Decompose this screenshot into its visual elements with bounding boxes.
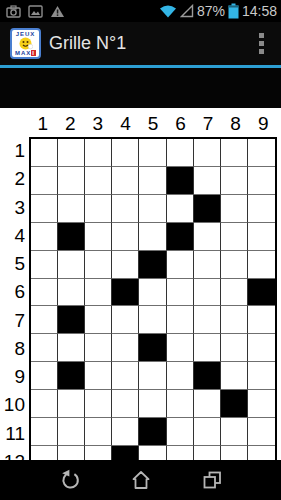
recents-icon[interactable] (200, 468, 224, 492)
grid-cell-r8c5[interactable] (139, 334, 166, 362)
grid-cell-r4c9[interactable] (248, 223, 275, 251)
grid-cell-r3c7[interactable] (194, 195, 221, 223)
grid-cell-r8c2[interactable] (58, 334, 85, 362)
grid-cell-r6c7[interactable] (194, 279, 221, 307)
row-label-12: 12 (0, 448, 25, 460)
grid-cell-r6c8[interactable] (221, 279, 248, 307)
grid-cell-r11c4[interactable] (112, 418, 139, 446)
grid-cell-r8c9[interactable] (248, 334, 275, 362)
grid-cell-r5c8[interactable] (221, 251, 248, 279)
status-bar: 87% 14:58 (0, 0, 281, 22)
grid-cell-r9c1[interactable] (31, 362, 58, 390)
grid-cell-r11c8[interactable] (221, 418, 248, 446)
grid-cell-r3c9[interactable] (248, 195, 275, 223)
app-logo-icon[interactable]: JEUX MAXI (10, 28, 41, 59)
grid-cell-r9c6[interactable] (167, 362, 194, 390)
grid-cell-r5c6[interactable] (167, 251, 194, 279)
grid-cell-r6c5[interactable] (139, 279, 166, 307)
grid-cell-r1c7[interactable] (194, 139, 221, 167)
screenshot-icon (28, 5, 43, 18)
grid-cell-r11c5[interactable] (139, 418, 166, 446)
col-header-2: 2 (57, 110, 85, 137)
grid-cell-r11c2[interactable] (58, 418, 85, 446)
back-icon[interactable] (58, 468, 82, 492)
grid-cell-r4c3[interactable] (85, 223, 112, 251)
grid-cell-r9c7[interactable] (194, 362, 221, 390)
grid-cell-r10c4[interactable] (112, 390, 139, 418)
grid-cell-r5c2[interactable] (58, 251, 85, 279)
row-label-5: 5 (0, 250, 25, 278)
grid-cell-r3c4[interactable] (112, 195, 139, 223)
camera-icon (6, 5, 21, 18)
grid-cell-r8c4[interactable] (112, 334, 139, 362)
grid-cell-r2c9[interactable] (248, 167, 275, 195)
warning-icon (50, 5, 65, 18)
row-label-6: 6 (0, 278, 25, 306)
grid-cell-r7c9[interactable] (248, 306, 275, 334)
grid-cell-r12c1[interactable] (31, 446, 58, 460)
clock-label: 14:58 (242, 0, 277, 22)
grid-cell-r9c5[interactable] (139, 362, 166, 390)
grid-cell-r7c5[interactable] (139, 306, 166, 334)
grid-cell-r4c7[interactable] (194, 223, 221, 251)
row-label-4: 4 (0, 222, 25, 250)
grid-cell-r10c8[interactable] (221, 390, 248, 418)
grid-cell-r1c5[interactable] (139, 139, 166, 167)
row-label-8: 8 (0, 335, 25, 363)
grid-cell-r7c6[interactable] (167, 306, 194, 334)
grid-cell-r11c3[interactable] (85, 418, 112, 446)
row-label-1: 1 (0, 137, 25, 165)
grid-cell-r8c3[interactable] (85, 334, 112, 362)
ad-banner-area (0, 68, 281, 108)
row-label-11: 11 (0, 420, 25, 448)
grid-cell-r2c7[interactable] (194, 167, 221, 195)
grid-cell-r6c2[interactable] (58, 279, 85, 307)
grid-cell-r9c8[interactable] (221, 362, 248, 390)
grid-cell-r2c1[interactable] (31, 167, 58, 195)
grid-cell-r10c7[interactable] (194, 390, 221, 418)
grid-cell-r2c8[interactable] (221, 167, 248, 195)
grid-cell-r6c6[interactable] (167, 279, 194, 307)
col-header-8: 8 (222, 110, 250, 137)
grid-cell-r9c4[interactable] (112, 362, 139, 390)
grid-cell-r10c5[interactable] (139, 390, 166, 418)
grid-cell-r1c1[interactable] (31, 139, 58, 167)
grid-cell-r6c9[interactable] (248, 279, 275, 307)
grid-cell-r11c9[interactable] (248, 418, 275, 446)
grid-cell-r7c2[interactable] (58, 306, 85, 334)
battery-icon (228, 3, 239, 19)
grid-cell-r3c5[interactable] (139, 195, 166, 223)
col-header-4: 4 (112, 110, 140, 137)
grid-cell-r4c2[interactable] (58, 223, 85, 251)
grid-cell-r5c3[interactable] (85, 251, 112, 279)
signal-icon (180, 4, 194, 18)
logo-bottom-text: MAXI (15, 50, 36, 56)
col-header-5: 5 (139, 110, 167, 137)
grid-cell-r3c2[interactable] (58, 195, 85, 223)
grid-cell-r12c7[interactable] (194, 446, 221, 460)
grid-cell-r11c7[interactable] (194, 418, 221, 446)
grid-cell-r2c4[interactable] (112, 167, 139, 195)
puzzle-area: 123456789 123456789101112 (0, 108, 281, 460)
grid-cell-r4c6[interactable] (167, 223, 194, 251)
grid-cell-r1c8[interactable] (221, 139, 248, 167)
grid-cell-r10c1[interactable] (31, 390, 58, 418)
col-header-1: 1 (29, 110, 57, 137)
grid-cell-r12c2[interactable] (58, 446, 85, 460)
grid-cell-r8c1[interactable] (31, 334, 58, 362)
grid-cell-r12c5[interactable] (139, 446, 166, 460)
grid-cell-r5c4[interactable] (112, 251, 139, 279)
puzzle-grid (29, 137, 277, 460)
grid-cell-r9c9[interactable] (248, 362, 275, 390)
wifi-icon (159, 4, 177, 18)
row-label-9: 9 (0, 363, 25, 391)
grid-cell-r8c7[interactable] (194, 334, 221, 362)
navigation-bar (0, 460, 281, 500)
row-label-7: 7 (0, 307, 25, 335)
col-header-7: 7 (194, 110, 222, 137)
grid-cell-r8c8[interactable] (221, 334, 248, 362)
smiley-icon (19, 37, 33, 50)
grid-cell-r7c4[interactable] (112, 306, 139, 334)
grid-cell-r8c6[interactable] (167, 334, 194, 362)
grid-cell-r5c5[interactable] (139, 251, 166, 279)
grid-cell-r1c2[interactable] (58, 139, 85, 167)
grid-cell-r2c3[interactable] (85, 167, 112, 195)
grid-cell-r6c3[interactable] (85, 279, 112, 307)
grid-cell-r4c1[interactable] (31, 223, 58, 251)
grid-cell-r1c6[interactable] (167, 139, 194, 167)
grid-cell-r1c9[interactable] (248, 139, 275, 167)
col-header-9: 9 (249, 110, 277, 137)
grid-cell-r3c8[interactable] (221, 195, 248, 223)
row-label-10: 10 (0, 391, 25, 419)
grid-cell-r7c7[interactable] (194, 306, 221, 334)
grid-cell-r7c1[interactable] (31, 306, 58, 334)
grid-cell-r2c2[interactable] (58, 167, 85, 195)
grid-cell-r5c7[interactable] (194, 251, 221, 279)
grid-cell-r10c9[interactable] (248, 390, 275, 418)
grid-cell-r3c3[interactable] (85, 195, 112, 223)
grid-cell-r1c3[interactable] (85, 139, 112, 167)
grid-cell-r11c1[interactable] (31, 418, 58, 446)
grid-cell-r9c3[interactable] (85, 362, 112, 390)
grid-cell-r11c6[interactable] (167, 418, 194, 446)
action-bar: JEUX MAXI Grille N°1 (0, 22, 281, 68)
grid-cell-r6c1[interactable] (31, 279, 58, 307)
grid-cell-r7c3[interactable] (85, 306, 112, 334)
grid-cell-r12c6[interactable] (167, 446, 194, 460)
grid-cell-r12c4[interactable] (112, 446, 139, 460)
grid-cell-r2c5[interactable] (139, 167, 166, 195)
grid-cell-r10c2[interactable] (58, 390, 85, 418)
page-title: Grille N°1 (49, 33, 126, 54)
grid-cell-r7c8[interactable] (221, 306, 248, 334)
grid-cell-r10c6[interactable] (167, 390, 194, 418)
home-icon[interactable] (129, 468, 153, 492)
grid-cell-r9c2[interactable] (58, 362, 85, 390)
grid-cell-r12c8[interactable] (221, 446, 248, 460)
row-label-2: 2 (0, 165, 25, 193)
overflow-menu-icon[interactable] (255, 29, 268, 58)
col-header-3: 3 (84, 110, 112, 137)
row-label-3: 3 (0, 194, 25, 222)
grid-cell-r2c6[interactable] (167, 167, 194, 195)
grid-cell-r3c1[interactable] (31, 195, 58, 223)
grid-cell-r4c8[interactable] (221, 223, 248, 251)
notification-icons (3, 5, 65, 18)
grid-cell-r5c9[interactable] (248, 251, 275, 279)
battery-percent-label: 87% (197, 0, 225, 22)
grid-cell-r12c3[interactable] (85, 446, 112, 460)
col-header-6: 6 (167, 110, 195, 137)
grid-cell-r10c3[interactable] (85, 390, 112, 418)
grid-cell-r6c4[interactable] (112, 279, 139, 307)
grid-cell-r3c6[interactable] (167, 195, 194, 223)
grid-cell-r4c4[interactable] (112, 223, 139, 251)
grid-cell-r4c5[interactable] (139, 223, 166, 251)
grid-cell-r12c9[interactable] (248, 446, 275, 460)
grid-cell-r5c1[interactable] (31, 251, 58, 279)
grid-cell-r1c4[interactable] (112, 139, 139, 167)
